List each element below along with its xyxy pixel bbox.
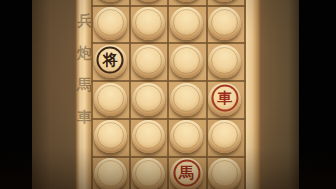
grid-line-vertical (206, 0, 208, 189)
hidden-piece[interactable] (94, 0, 127, 2)
hidden-piece[interactable] (170, 120, 203, 153)
board-frame-right: 卒炮馬車象 (246, 0, 299, 189)
grid-line-vertical (244, 0, 246, 189)
hidden-piece[interactable] (132, 83, 165, 116)
letterbox-left (0, 0, 32, 189)
hidden-piece[interactable] (132, 7, 165, 40)
piece-character: 車 (211, 84, 238, 111)
hidden-piece[interactable] (94, 7, 127, 40)
board-frame-left: 兵炮馬車 (32, 0, 92, 189)
hidden-piece[interactable] (170, 83, 203, 116)
grid-line-vertical (91, 0, 93, 189)
hidden-piece[interactable] (208, 158, 241, 189)
grid-line-vertical (167, 0, 169, 189)
game-screenshot: 兵炮馬車 卒炮馬車象 将車馬 (0, 0, 336, 189)
engraved-character: 炮 (77, 46, 92, 61)
hidden-piece[interactable] (208, 7, 241, 40)
hidden-piece[interactable] (132, 120, 165, 153)
red-piece-馬[interactable]: 馬 (170, 158, 203, 189)
hidden-piece[interactable] (170, 45, 203, 78)
hidden-piece[interactable] (94, 83, 127, 116)
engraved-character: 車 (77, 110, 92, 125)
hidden-piece[interactable] (132, 0, 165, 2)
hidden-piece[interactable] (208, 45, 241, 78)
red-piece-車[interactable]: 車 (208, 83, 241, 116)
piece-character: 馬 (173, 160, 200, 187)
hidden-piece[interactable] (208, 0, 241, 2)
grid-line-vertical (129, 0, 131, 189)
hidden-piece[interactable] (132, 158, 165, 189)
hidden-piece[interactable] (170, 0, 203, 2)
hidden-piece[interactable] (170, 7, 203, 40)
black-piece-将[interactable]: 将 (94, 45, 127, 78)
engraved-character: 馬 (77, 78, 92, 93)
banqi-board: 将車馬 (91, 0, 246, 189)
piece-character: 将 (97, 46, 124, 73)
hidden-piece[interactable] (94, 158, 127, 189)
letterbox-right (299, 0, 336, 189)
frame-engraving-left: 兵炮馬車 (77, 0, 92, 125)
engraved-character: 兵 (77, 14, 92, 29)
hidden-piece[interactable] (208, 120, 241, 153)
hidden-piece[interactable] (94, 120, 127, 153)
hidden-piece[interactable] (132, 45, 165, 78)
